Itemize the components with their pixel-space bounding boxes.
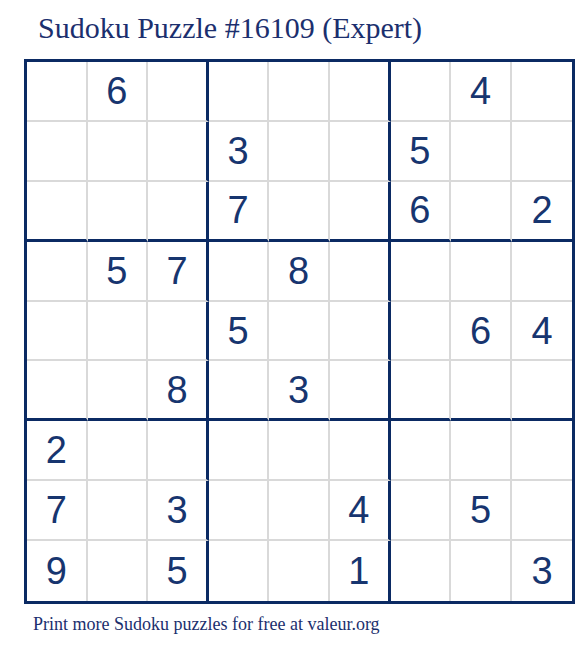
cell-r7c7[interactable]: [391, 421, 452, 481]
cell-r3c4[interactable]: 7: [209, 182, 270, 242]
cell-r7c6[interactable]: [330, 421, 391, 481]
cell-r2c8[interactable]: [451, 122, 512, 182]
cell-r1c3[interactable]: [148, 62, 209, 122]
cell-r4c8[interactable]: [451, 242, 512, 302]
cell-r6c1[interactable]: [27, 361, 88, 421]
cell-r4c5[interactable]: 8: [269, 242, 330, 302]
cell-r4c3[interactable]: 7: [148, 242, 209, 302]
cell-r9c7[interactable]: [391, 541, 452, 601]
cell-r4c1[interactable]: [27, 242, 88, 302]
cell-r1c2[interactable]: 6: [88, 62, 149, 122]
cell-r4c2[interactable]: 5: [88, 242, 149, 302]
sudoku-page: Sudoku Puzzle #16109 (Expert) 6435762578…: [0, 0, 580, 651]
cell-r5c2[interactable]: [88, 302, 149, 362]
cell-r5c1[interactable]: [27, 302, 88, 362]
cell-r1c9[interactable]: [512, 62, 573, 122]
cell-r7c1[interactable]: 2: [27, 421, 88, 481]
cell-r5c8[interactable]: 6: [451, 302, 512, 362]
cell-r7c9[interactable]: [512, 421, 573, 481]
cell-r7c2[interactable]: [88, 421, 149, 481]
cell-r8c2[interactable]: [88, 481, 149, 541]
cell-r5c4[interactable]: 5: [209, 302, 270, 362]
cell-r7c8[interactable]: [451, 421, 512, 481]
cell-r3c5[interactable]: [269, 182, 330, 242]
cell-r9c8[interactable]: [451, 541, 512, 601]
cell-r9c9[interactable]: 3: [512, 541, 573, 601]
cell-r4c4[interactable]: [209, 242, 270, 302]
cell-r1c5[interactable]: [269, 62, 330, 122]
cell-r1c1[interactable]: [27, 62, 88, 122]
cell-r3c1[interactable]: [27, 182, 88, 242]
cell-r5c7[interactable]: [391, 302, 452, 362]
sudoku-board: 643576257856483273459513: [24, 59, 575, 604]
cell-r4c9[interactable]: [512, 242, 573, 302]
cell-r1c8[interactable]: 4: [451, 62, 512, 122]
cell-r9c3[interactable]: 5: [148, 541, 209, 601]
cell-r2c2[interactable]: [88, 122, 149, 182]
cell-r6c8[interactable]: [451, 361, 512, 421]
cell-r1c4[interactable]: [209, 62, 270, 122]
cell-r3c8[interactable]: [451, 182, 512, 242]
cell-r6c2[interactable]: [88, 361, 149, 421]
cell-r9c1[interactable]: 9: [27, 541, 88, 601]
cell-r8c8[interactable]: 5: [451, 481, 512, 541]
cell-r8c4[interactable]: [209, 481, 270, 541]
cell-r7c4[interactable]: [209, 421, 270, 481]
cell-r8c6[interactable]: 4: [330, 481, 391, 541]
cell-r6c3[interactable]: 8: [148, 361, 209, 421]
cell-r8c9[interactable]: [512, 481, 573, 541]
cell-r2c6[interactable]: [330, 122, 391, 182]
cell-r6c5[interactable]: 3: [269, 361, 330, 421]
cell-r5c9[interactable]: 4: [512, 302, 573, 362]
footer-note: Print more Sudoku puzzles for free at va…: [33, 614, 380, 635]
cell-r4c7[interactable]: [391, 242, 452, 302]
cell-r5c3[interactable]: [148, 302, 209, 362]
cell-r2c5[interactable]: [269, 122, 330, 182]
cell-r5c6[interactable]: [330, 302, 391, 362]
cell-r1c6[interactable]: [330, 62, 391, 122]
cell-r6c7[interactable]: [391, 361, 452, 421]
cell-r2c9[interactable]: [512, 122, 573, 182]
cell-r2c1[interactable]: [27, 122, 88, 182]
cell-r3c2[interactable]: [88, 182, 149, 242]
cell-r2c4[interactable]: 3: [209, 122, 270, 182]
page-title: Sudoku Puzzle #16109 (Expert): [38, 11, 422, 45]
cell-r6c4[interactable]: [209, 361, 270, 421]
cell-r5c5[interactable]: [269, 302, 330, 362]
cell-r4c6[interactable]: [330, 242, 391, 302]
cell-r8c7[interactable]: [391, 481, 452, 541]
cell-r2c7[interactable]: 5: [391, 122, 452, 182]
cell-r3c9[interactable]: 2: [512, 182, 573, 242]
cell-r3c3[interactable]: [148, 182, 209, 242]
cell-r3c6[interactable]: [330, 182, 391, 242]
cell-r3c7[interactable]: 6: [391, 182, 452, 242]
cell-r9c2[interactable]: [88, 541, 149, 601]
cell-r8c3[interactable]: 3: [148, 481, 209, 541]
cell-r1c7[interactable]: [391, 62, 452, 122]
cell-r8c5[interactable]: [269, 481, 330, 541]
cell-r6c9[interactable]: [512, 361, 573, 421]
cell-r7c5[interactable]: [269, 421, 330, 481]
cell-r7c3[interactable]: [148, 421, 209, 481]
cell-r6c6[interactable]: [330, 361, 391, 421]
cell-r2c3[interactable]: [148, 122, 209, 182]
cell-r9c5[interactable]: [269, 541, 330, 601]
cell-r9c4[interactable]: [209, 541, 270, 601]
cell-r9c6[interactable]: 1: [330, 541, 391, 601]
cell-r8c1[interactable]: 7: [27, 481, 88, 541]
